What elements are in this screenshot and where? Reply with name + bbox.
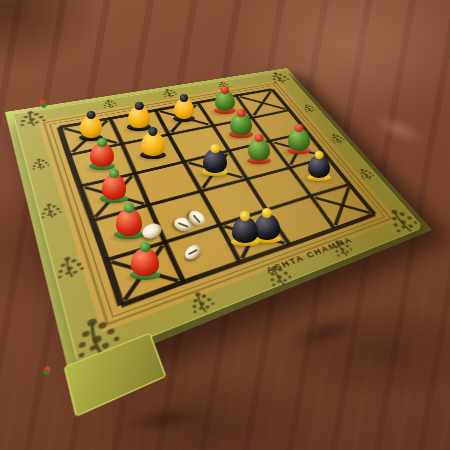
pawn-red[interactable] [88, 140, 116, 171]
pawn-body [248, 138, 270, 161]
pawn-green[interactable] [246, 136, 272, 165]
pawn-knob [97, 138, 107, 147]
pawn-red[interactable] [114, 206, 145, 240]
pawn-body [308, 155, 330, 178]
pawn-knob [262, 208, 272, 218]
pawn-knob [240, 211, 250, 221]
pawn-knob [315, 151, 324, 159]
pawn-green[interactable] [229, 111, 254, 139]
pawn-knob [237, 109, 246, 117]
wood-knot [119, 402, 211, 436]
pawn-red[interactable] [129, 245, 161, 280]
shell-aperture [178, 221, 189, 227]
pawn-black[interactable] [230, 214, 260, 247]
pawn-knob [87, 111, 96, 119]
pawn-knob [210, 144, 220, 153]
shell-aperture [188, 249, 198, 255]
pawn-black[interactable] [201, 146, 229, 177]
wood-knot [283, 308, 367, 357]
pawn-yellow[interactable] [172, 97, 196, 123]
pawn-knob [109, 169, 119, 178]
pawn-black[interactable] [306, 153, 332, 182]
corner-tassel [43, 365, 52, 376]
wood-knot [367, 109, 429, 150]
pawn-knob [221, 86, 229, 94]
pawn-green[interactable] [286, 126, 312, 155]
shell-aperture [193, 214, 201, 223]
pawn-body [80, 115, 102, 138]
pawn-yellow[interactable] [127, 104, 152, 132]
pawn-red[interactable] [100, 172, 129, 204]
wood-table: ASHTA CHAMMA [0, 0, 450, 450]
pawn-knob [295, 124, 304, 132]
pawn-knob [124, 203, 135, 213]
pawn-yellow[interactable] [140, 130, 167, 160]
pawn-knob [255, 134, 264, 142]
pawn-knob [148, 127, 157, 136]
pawn-knob [135, 102, 144, 110]
pawn-knob [180, 94, 188, 102]
pawn-body [288, 128, 310, 151]
pawn-knob [140, 242, 151, 252]
